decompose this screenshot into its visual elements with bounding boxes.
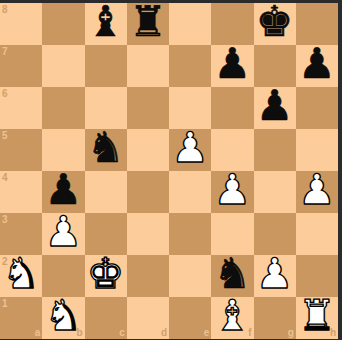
square-e2[interactable]	[169, 255, 211, 297]
square-d6[interactable]	[127, 87, 169, 129]
piece-black-knight-f2[interactable]: ♞	[214, 253, 252, 295]
rank-label-4: 4	[2, 173, 8, 183]
square-a5[interactable]: 5	[0, 129, 42, 171]
chess-board: 8♝♜♚7♟♟6♟5♞♟4♟♟♟3♟2♞♚♞♟1ab♞cdef♝gh♜	[0, 3, 338, 337]
square-a4[interactable]: 4	[0, 171, 42, 213]
square-h1[interactable]: h♜	[296, 297, 338, 339]
square-e1[interactable]: e	[169, 297, 211, 339]
square-f1[interactable]: f♝	[211, 297, 253, 339]
piece-black-pawn-g6[interactable]: ♟	[256, 85, 294, 127]
file-label-c: c	[119, 328, 125, 338]
square-d7[interactable]	[127, 45, 169, 87]
piece-white-knight-b1[interactable]: ♞	[45, 295, 83, 337]
file-label-g: g	[288, 328, 294, 338]
square-c2[interactable]: ♚	[85, 255, 127, 297]
square-g4[interactable]	[254, 171, 296, 213]
square-c1[interactable]: c	[85, 297, 127, 339]
square-g2[interactable]: ♟	[254, 255, 296, 297]
piece-white-rook-h1[interactable]: ♜	[298, 295, 336, 337]
piece-white-pawn-b3[interactable]: ♟	[45, 211, 83, 253]
square-b8[interactable]	[42, 3, 84, 45]
square-c5[interactable]: ♞	[85, 129, 127, 171]
square-a2[interactable]: 2♞	[0, 255, 42, 297]
square-c7[interactable]	[85, 45, 127, 87]
piece-white-pawn-e5[interactable]: ♟	[171, 127, 209, 169]
piece-white-pawn-h4[interactable]: ♟	[298, 169, 336, 211]
square-f7[interactable]: ♟	[211, 45, 253, 87]
square-c4[interactable]	[85, 171, 127, 213]
piece-white-bishop-f1[interactable]: ♝	[214, 295, 252, 337]
square-a1[interactable]: 1a	[0, 297, 42, 339]
square-a7[interactable]: 7	[0, 45, 42, 87]
rank-label-6: 6	[2, 89, 8, 99]
square-h3[interactable]	[296, 213, 338, 255]
piece-black-pawn-f7[interactable]: ♟	[214, 43, 252, 85]
square-g6[interactable]: ♟	[254, 87, 296, 129]
square-d8[interactable]: ♜	[127, 3, 169, 45]
rank-label-1: 1	[2, 299, 8, 309]
file-label-d: d	[161, 328, 167, 338]
chess-app-window: 8♝♜♚7♟♟6♟5♞♟4♟♟♟3♟2♞♚♞♟1ab♞cdef♝gh♜	[0, 0, 342, 340]
square-h7[interactable]: ♟	[296, 45, 338, 87]
square-f4[interactable]: ♟	[211, 171, 253, 213]
piece-black-knight-c5[interactable]: ♞	[87, 127, 125, 169]
square-g5[interactable]	[254, 129, 296, 171]
rank-label-7: 7	[2, 47, 8, 57]
square-d3[interactable]	[127, 213, 169, 255]
piece-black-bishop-c8[interactable]: ♝	[87, 1, 125, 43]
rank-label-5: 5	[2, 131, 8, 141]
piece-white-pawn-g2[interactable]: ♟	[256, 253, 294, 295]
square-g1[interactable]: g	[254, 297, 296, 339]
square-g8[interactable]: ♚	[254, 3, 296, 45]
piece-white-king-c2[interactable]: ♚	[87, 253, 125, 295]
file-label-e: e	[204, 328, 210, 338]
square-d4[interactable]	[127, 171, 169, 213]
file-label-a: a	[35, 328, 41, 338]
square-d5[interactable]	[127, 129, 169, 171]
square-b6[interactable]	[42, 87, 84, 129]
square-d1[interactable]: d	[127, 297, 169, 339]
square-c8[interactable]: ♝	[85, 3, 127, 45]
square-a6[interactable]: 6	[0, 87, 42, 129]
square-h6[interactable]	[296, 87, 338, 129]
piece-white-pawn-f4[interactable]: ♟	[214, 169, 252, 211]
square-e7[interactable]	[169, 45, 211, 87]
piece-black-rook-d8[interactable]: ♜	[129, 1, 167, 43]
rank-label-8: 8	[2, 5, 8, 15]
rank-label-3: 3	[2, 215, 8, 225]
square-f6[interactable]	[211, 87, 253, 129]
square-d2[interactable]	[127, 255, 169, 297]
square-e4[interactable]	[169, 171, 211, 213]
square-b7[interactable]	[42, 45, 84, 87]
piece-black-pawn-b4[interactable]: ♟	[45, 169, 83, 211]
square-e5[interactable]: ♟	[169, 129, 211, 171]
piece-white-knight-a2[interactable]: ♞	[2, 253, 40, 295]
square-b1[interactable]: b♞	[42, 297, 84, 339]
piece-black-king-g8[interactable]: ♚	[256, 1, 294, 43]
square-h4[interactable]: ♟	[296, 171, 338, 213]
square-a8[interactable]: 8	[0, 3, 42, 45]
square-b3[interactable]: ♟	[42, 213, 84, 255]
square-e8[interactable]	[169, 3, 211, 45]
square-e3[interactable]	[169, 213, 211, 255]
piece-black-pawn-h7[interactable]: ♟	[298, 43, 336, 85]
